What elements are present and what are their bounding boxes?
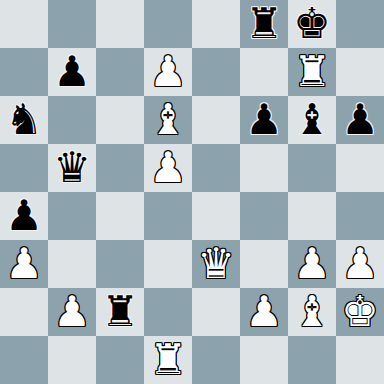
piece-white-rook[interactable]: ♜: [293, 48, 331, 96]
square-d7[interactable]: ♟: [144, 48, 192, 96]
square-b7[interactable]: ♟: [48, 48, 96, 96]
piece-white-pawn[interactable]: ♟: [53, 288, 91, 336]
square-e4[interactable]: [192, 192, 240, 240]
piece-black-queen[interactable]: ♛: [53, 144, 91, 192]
square-h1[interactable]: [336, 336, 384, 384]
square-a3[interactable]: ♟: [0, 240, 48, 288]
square-f6[interactable]: ♟: [240, 96, 288, 144]
piece-white-rook[interactable]: ♜: [149, 336, 187, 384]
square-c2[interactable]: ♜: [96, 288, 144, 336]
piece-white-pawn[interactable]: ♟: [149, 48, 187, 96]
piece-black-pawn[interactable]: ♟: [53, 48, 91, 96]
square-f5[interactable]: [240, 144, 288, 192]
square-a6[interactable]: ♞: [0, 96, 48, 144]
square-e5[interactable]: [192, 144, 240, 192]
square-h3[interactable]: ♟: [336, 240, 384, 288]
piece-white-bishop[interactable]: ♝: [293, 288, 331, 336]
piece-white-bishop[interactable]: ♝: [149, 96, 187, 144]
square-e1[interactable]: [192, 336, 240, 384]
square-d8[interactable]: [144, 0, 192, 48]
square-a5[interactable]: [0, 144, 48, 192]
square-g1[interactable]: [288, 336, 336, 384]
square-b3[interactable]: [48, 240, 96, 288]
square-a2[interactable]: [0, 288, 48, 336]
square-d5[interactable]: ♟: [144, 144, 192, 192]
piece-black-king[interactable]: ♚: [293, 0, 331, 48]
square-f7[interactable]: [240, 48, 288, 96]
square-g4[interactable]: [288, 192, 336, 240]
piece-black-knight[interactable]: ♞: [5, 96, 43, 144]
square-c1[interactable]: [96, 336, 144, 384]
square-f1[interactable]: [240, 336, 288, 384]
square-c5[interactable]: [96, 144, 144, 192]
piece-white-pawn[interactable]: ♟: [293, 240, 331, 288]
square-b4[interactable]: [48, 192, 96, 240]
square-g2[interactable]: ♝: [288, 288, 336, 336]
square-a7[interactable]: [0, 48, 48, 96]
square-c4[interactable]: [96, 192, 144, 240]
square-f4[interactable]: [240, 192, 288, 240]
square-f8[interactable]: ♜: [240, 0, 288, 48]
square-h2[interactable]: ♚: [336, 288, 384, 336]
square-d3[interactable]: [144, 240, 192, 288]
square-b8[interactable]: [48, 0, 96, 48]
square-g8[interactable]: ♚: [288, 0, 336, 48]
piece-black-bishop[interactable]: ♝: [293, 96, 331, 144]
square-e7[interactable]: [192, 48, 240, 96]
piece-black-pawn[interactable]: ♟: [245, 96, 283, 144]
square-c6[interactable]: [96, 96, 144, 144]
piece-black-pawn[interactable]: ♟: [5, 192, 43, 240]
square-b6[interactable]: [48, 96, 96, 144]
square-g5[interactable]: [288, 144, 336, 192]
square-a1[interactable]: [0, 336, 48, 384]
square-a4[interactable]: ♟: [0, 192, 48, 240]
square-b2[interactable]: ♟: [48, 288, 96, 336]
square-c7[interactable]: [96, 48, 144, 96]
square-d1[interactable]: ♜: [144, 336, 192, 384]
piece-white-pawn[interactable]: ♟: [149, 144, 187, 192]
square-f3[interactable]: [240, 240, 288, 288]
square-d4[interactable]: [144, 192, 192, 240]
piece-white-pawn[interactable]: ♟: [341, 240, 379, 288]
piece-black-pawn[interactable]: ♟: [341, 96, 379, 144]
piece-black-rook[interactable]: ♜: [245, 0, 283, 48]
piece-black-rook[interactable]: ♜: [101, 288, 139, 336]
square-e2[interactable]: [192, 288, 240, 336]
square-b1[interactable]: [48, 336, 96, 384]
piece-white-pawn[interactable]: ♟: [5, 240, 43, 288]
piece-white-pawn[interactable]: ♟: [245, 288, 283, 336]
piece-white-king[interactable]: ♚: [341, 288, 379, 336]
square-c8[interactable]: [96, 0, 144, 48]
square-g7[interactable]: ♜: [288, 48, 336, 96]
chess-board: ♜♚♟♟♜♞♝♟♝♟♛♟♟♟♛♟♟♟♜♟♝♚♜: [0, 0, 384, 384]
square-e8[interactable]: [192, 0, 240, 48]
square-e6[interactable]: [192, 96, 240, 144]
square-b5[interactable]: ♛: [48, 144, 96, 192]
square-d2[interactable]: [144, 288, 192, 336]
square-c3[interactable]: [96, 240, 144, 288]
square-h4[interactable]: [336, 192, 384, 240]
square-h6[interactable]: ♟: [336, 96, 384, 144]
square-g3[interactable]: ♟: [288, 240, 336, 288]
piece-white-queen[interactable]: ♛: [197, 240, 235, 288]
square-f2[interactable]: ♟: [240, 288, 288, 336]
square-d6[interactable]: ♝: [144, 96, 192, 144]
square-a8[interactable]: [0, 0, 48, 48]
square-h7[interactable]: [336, 48, 384, 96]
square-h5[interactable]: [336, 144, 384, 192]
square-e3[interactable]: ♛: [192, 240, 240, 288]
square-h8[interactable]: [336, 0, 384, 48]
square-g6[interactable]: ♝: [288, 96, 336, 144]
